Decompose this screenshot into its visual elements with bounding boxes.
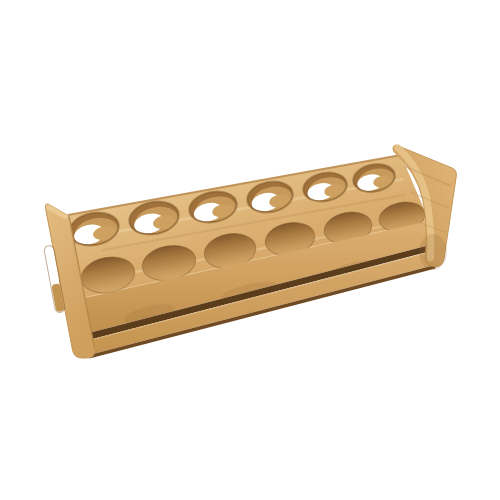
photo-canvas — [0, 0, 500, 500]
bamboo-rack-illustration — [0, 0, 500, 500]
product-photo — [0, 0, 500, 500]
right-panel-shadow — [419, 234, 447, 270]
